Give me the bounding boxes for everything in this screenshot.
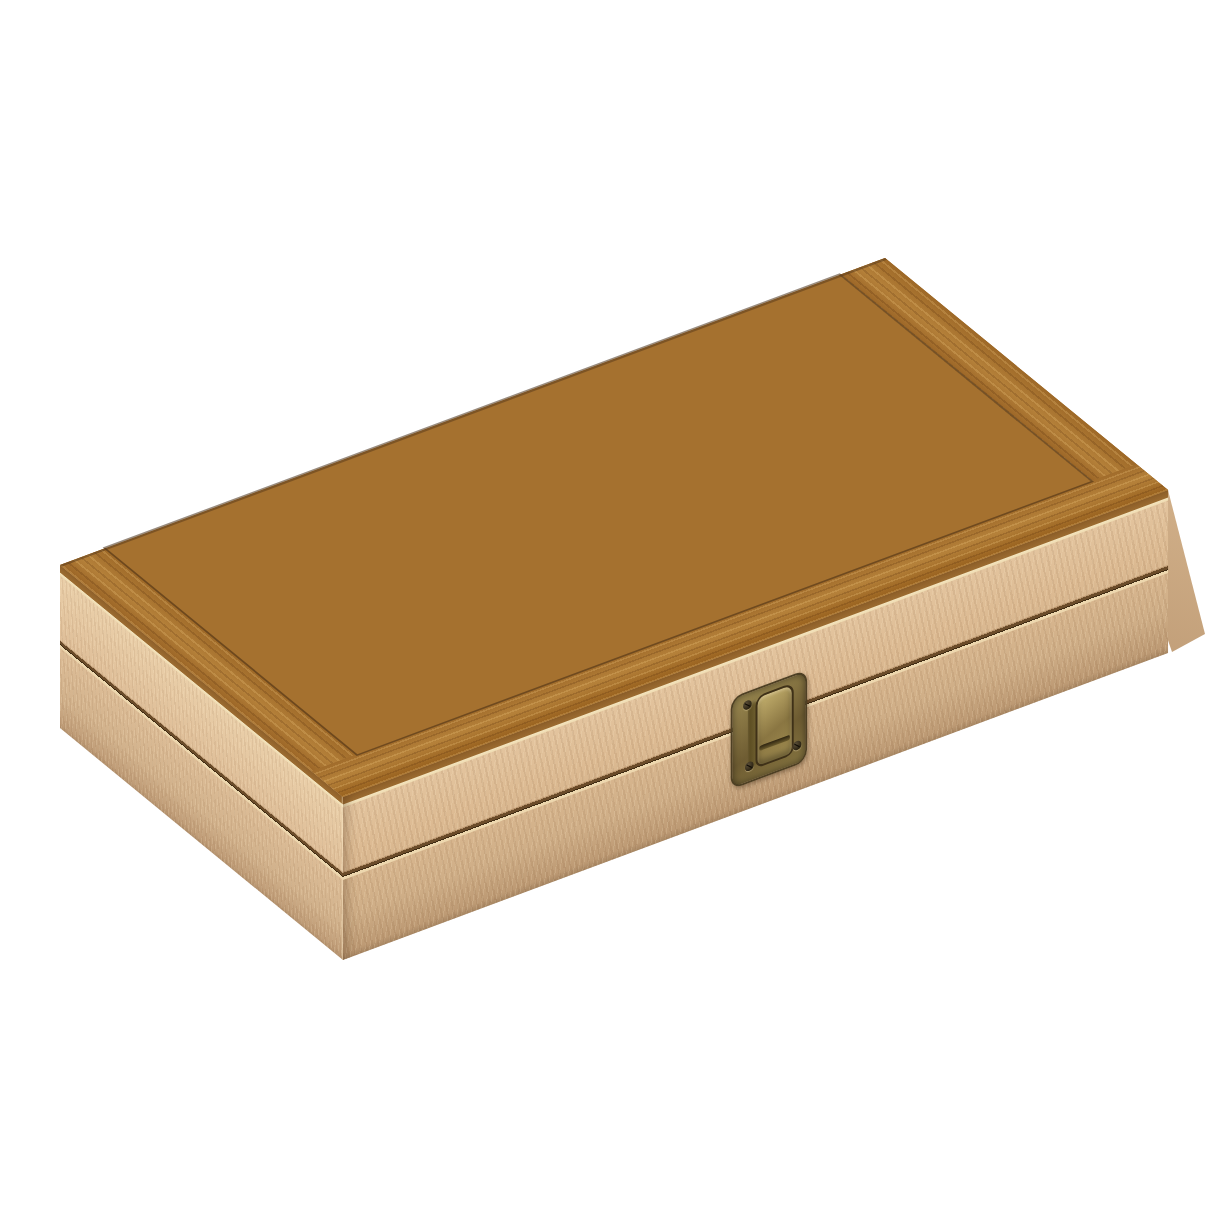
latch-hasp xyxy=(756,682,794,768)
latch xyxy=(731,669,807,789)
product-photo-chess-box xyxy=(0,0,1214,1214)
latch-pivot-joint xyxy=(759,735,790,751)
